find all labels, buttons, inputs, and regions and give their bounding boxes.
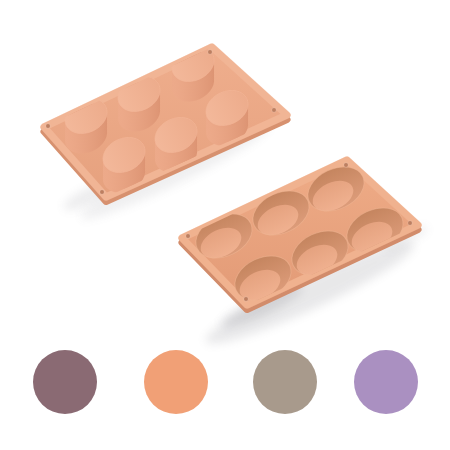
eyelet-hole: [344, 163, 348, 167]
eyelet-hole: [208, 50, 212, 54]
eyelet-hole: [46, 124, 50, 128]
eyelet-hole: [186, 234, 190, 238]
eyelet-hole: [100, 190, 104, 194]
color-swatch-taupe[interactable]: [253, 350, 317, 414]
color-swatch-lavender[interactable]: [354, 350, 418, 414]
eyelet-hole: [272, 108, 276, 112]
color-swatch-mauve[interactable]: [33, 350, 97, 414]
eyelet-hole: [408, 221, 412, 225]
product-image: [0, 0, 450, 450]
color-swatch-peach[interactable]: [144, 350, 208, 414]
eyelet-hole: [244, 297, 248, 301]
